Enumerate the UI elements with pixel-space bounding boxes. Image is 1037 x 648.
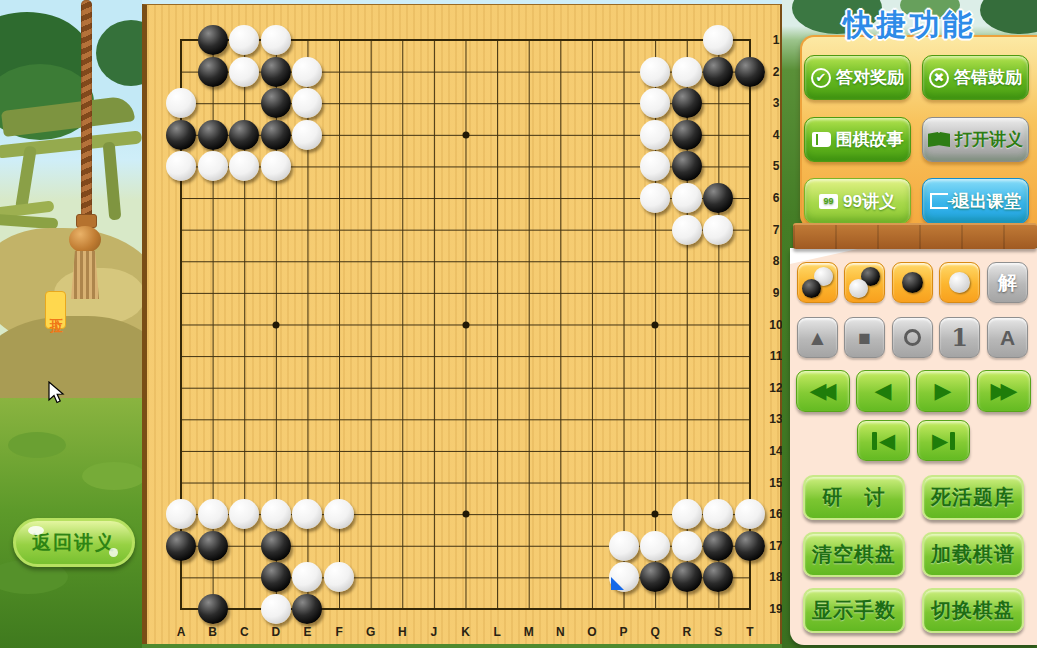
column-label: C	[240, 625, 249, 639]
exit-class-button[interactable]: 退出课堂	[922, 178, 1029, 224]
triangle-icon: ▲	[807, 327, 828, 348]
bamboo-log	[0, 214, 58, 230]
white-stone	[292, 562, 322, 592]
black-stone	[261, 57, 291, 87]
white-stone	[292, 499, 322, 529]
white-stone	[166, 88, 196, 118]
column-label: T	[746, 625, 753, 639]
black-stone	[672, 562, 702, 592]
lecture-99-button[interactable]: 99 99讲义	[804, 178, 911, 224]
hanging-rope[interactable]	[81, 0, 92, 224]
black-stone	[198, 120, 228, 150]
column-label: D	[271, 625, 280, 639]
white-stone	[672, 531, 702, 561]
black-stone-icon	[802, 279, 821, 298]
white-stone	[261, 25, 291, 55]
white-stone	[229, 25, 259, 55]
black-stone	[166, 531, 196, 561]
column-label: Q	[650, 625, 659, 639]
button-label: 围棋故事	[836, 128, 904, 151]
start-bar-icon	[872, 432, 877, 450]
button-label: 退出课堂	[953, 190, 1021, 213]
row-label: 3	[773, 96, 780, 110]
book-icon	[812, 132, 831, 147]
jump-to-start-button[interactable]: ◀	[857, 420, 910, 461]
white-stone	[292, 88, 322, 118]
black-stone	[198, 57, 228, 87]
wrong-encourage-button[interactable]: ✖ 答错鼓励	[922, 55, 1029, 100]
black-stone	[703, 57, 733, 87]
black-stone	[703, 531, 733, 561]
solve-button[interactable]: 解	[987, 262, 1028, 303]
black-stone	[672, 88, 702, 118]
row-label: 14	[769, 444, 782, 458]
row-label: 7	[773, 223, 780, 237]
row-label: 13	[769, 412, 782, 426]
white-stone	[229, 57, 259, 87]
pull-down-tag[interactable]: 下拉	[45, 291, 66, 329]
end-bar-icon	[950, 432, 955, 450]
black-stone	[261, 120, 291, 150]
star-point	[462, 511, 469, 518]
white-stone	[672, 215, 702, 245]
white-stone	[640, 151, 670, 181]
black-stone	[703, 183, 733, 213]
tassel-fringe	[71, 251, 99, 299]
white-stone	[198, 151, 228, 181]
row-label: 4	[773, 128, 780, 142]
star-point	[462, 321, 469, 328]
row-label: 10	[769, 318, 782, 332]
place-black-button[interactable]	[892, 262, 933, 303]
jump-to-end-button[interactable]: ▶	[917, 420, 970, 461]
row-label: 11	[770, 349, 783, 363]
column-label: G	[366, 625, 375, 639]
button-label: 答错鼓励	[954, 66, 1022, 89]
white-stone	[292, 57, 322, 87]
white-stone	[292, 120, 322, 150]
go-teaching-app: 下拉 返回讲义 ABCDEFGHJKLMNOPQRST1234567891011…	[0, 0, 1037, 648]
black-stone	[261, 531, 291, 561]
white-stone	[198, 499, 228, 529]
load-game-record-button[interactable]: 加载棋谱	[922, 532, 1024, 577]
triangle-markup-button[interactable]: ▲	[797, 317, 838, 358]
show-move-numbers-button[interactable]: 显示手数	[803, 588, 905, 633]
tool-panel: 解 ▲ ■ 1 A ◀◀ ◀ ▶ ▶▶	[790, 248, 1037, 645]
column-label: F	[335, 625, 342, 639]
star-point	[272, 321, 279, 328]
column-label: L	[493, 625, 500, 639]
fast-forward-button[interactable]: ▶▶	[977, 370, 1031, 412]
life-death-library-button[interactable]: 死活题库	[922, 475, 1024, 520]
bamboo-post	[103, 142, 122, 221]
quick-functions-panel: ✔ 答对奖励 ✖ 答错鼓励 围棋故事 打开讲义 99 99讲义 退出课堂	[800, 35, 1037, 229]
black-stone	[640, 562, 670, 592]
white-stone	[640, 120, 670, 150]
go-stories-button[interactable]: 围棋故事	[804, 117, 911, 162]
row-label: 18	[769, 570, 782, 584]
fast-backward-icon: ◀◀	[810, 378, 837, 404]
white-stone	[229, 499, 259, 529]
black-stone	[703, 562, 733, 592]
black-stone	[735, 531, 765, 561]
return-to-lecture-button[interactable]: 返回讲义	[13, 518, 135, 567]
grass-tuft	[8, 432, 66, 458]
white-stone	[640, 531, 670, 561]
switch-board-button[interactable]: 切换棋盘	[922, 588, 1024, 633]
tree-canopy	[96, 20, 142, 86]
white-stone	[609, 531, 639, 561]
column-label: S	[714, 625, 722, 639]
column-label: N	[556, 625, 565, 639]
column-label: B	[208, 625, 217, 639]
solve-label: 解	[998, 270, 1017, 296]
white-stone	[229, 151, 259, 181]
button-label: 99讲义	[843, 190, 896, 213]
row-label: 1	[773, 33, 780, 47]
row-label: 5	[773, 159, 780, 173]
row-label: 17	[769, 539, 782, 553]
white-stone	[640, 88, 670, 118]
row-label: 12	[769, 381, 782, 395]
circle-icon	[904, 329, 921, 346]
white-stone	[672, 499, 702, 529]
column-label: H	[398, 625, 407, 639]
black-stone	[672, 151, 702, 181]
blue-triangle-marker	[611, 577, 624, 590]
tassel-knot	[69, 226, 101, 253]
jump-start-icon: ◀	[879, 429, 895, 453]
white-stone	[261, 151, 291, 181]
button-label: 打开讲义	[955, 128, 1023, 151]
alternate-black-first-button[interactable]	[797, 262, 838, 303]
black-stone	[198, 531, 228, 561]
row-label: 2	[773, 65, 780, 79]
column-label: K	[461, 625, 470, 639]
go-board[interactable]: ABCDEFGHJKLMNOPQRST123456789101112131415…	[142, 4, 782, 644]
black-stone	[166, 120, 196, 150]
correct-reward-button[interactable]: ✔ 答对奖励	[804, 55, 911, 100]
column-label: A	[177, 625, 186, 639]
letter-a-icon: A	[1000, 327, 1015, 348]
white-stone	[703, 499, 733, 529]
fast-backward-button[interactable]: ◀◀	[796, 370, 850, 412]
star-point	[462, 131, 469, 138]
white-stone	[735, 499, 765, 529]
black-stone	[229, 120, 259, 150]
check-circle-icon: ✔	[811, 68, 831, 88]
black-stone	[672, 120, 702, 150]
button-label: 答对奖励	[836, 66, 904, 89]
white-stone-icon	[949, 272, 970, 293]
black-stone	[735, 57, 765, 87]
star-point	[652, 321, 659, 328]
backward-button[interactable]: ◀	[856, 370, 910, 412]
white-stone	[609, 562, 639, 592]
row-label: 19	[769, 602, 782, 616]
exit-icon	[930, 193, 948, 209]
row-label: 6	[773, 191, 780, 205]
black-stone	[198, 594, 228, 624]
white-stone	[640, 183, 670, 213]
square-markup-button[interactable]: ■	[844, 317, 885, 358]
column-label: P	[620, 625, 628, 639]
mouse-cursor	[48, 381, 65, 405]
white-stone	[166, 151, 196, 181]
open-book-icon	[928, 132, 950, 147]
row-label: 15	[769, 476, 782, 490]
fast-forward-icon: ▶▶	[991, 378, 1018, 404]
place-white-button[interactable]	[939, 262, 980, 303]
number-markup-button[interactable]: 1	[939, 317, 980, 358]
circle-markup-button[interactable]	[892, 317, 933, 358]
white-stone	[324, 562, 354, 592]
column-label: M	[524, 625, 534, 639]
research-button[interactable]: 研 讨	[803, 475, 905, 520]
x-circle-icon: ✖	[929, 68, 949, 88]
open-lecture-button[interactable]: 打开讲义	[922, 117, 1029, 162]
row-label: 16	[769, 507, 782, 521]
column-label: R	[682, 625, 691, 639]
white-stone	[261, 594, 291, 624]
white-stone	[640, 57, 670, 87]
wooden-shelf	[793, 223, 1037, 249]
alternate-white-first-button[interactable]	[844, 262, 885, 303]
black-stone	[198, 25, 228, 55]
jump-end-icon: ▶	[932, 429, 948, 453]
clear-board-button[interactable]: 清空棋盘	[803, 532, 905, 577]
white-stone	[672, 57, 702, 87]
white-stone	[703, 25, 733, 55]
column-label: J	[431, 625, 438, 639]
grass-tuft	[82, 462, 142, 490]
white-stone	[261, 499, 291, 529]
white-stone-icon	[849, 279, 868, 298]
forward-button[interactable]: ▶	[916, 370, 970, 412]
column-label: E	[303, 625, 311, 639]
quick-functions-title: 快捷功能	[782, 5, 1037, 46]
square-icon: ■	[858, 327, 871, 348]
number-1-icon: 1	[951, 326, 968, 350]
white-stone	[166, 499, 196, 529]
black-stone-icon	[902, 272, 923, 293]
row-label: 9	[773, 286, 780, 300]
backward-icon: ◀	[875, 378, 892, 404]
black-stone	[261, 562, 291, 592]
forward-icon: ▶	[935, 378, 952, 404]
column-label: O	[587, 625, 596, 639]
row-label: 8	[773, 254, 780, 268]
white-stone	[672, 183, 702, 213]
left-scenery: 下拉 返回讲义	[0, 0, 142, 648]
star-point	[652, 511, 659, 518]
letter-markup-button[interactable]: A	[987, 317, 1028, 358]
black-stone	[261, 88, 291, 118]
white-stone	[703, 215, 733, 245]
black-stone	[292, 594, 322, 624]
white-stone	[324, 499, 354, 529]
book-99-icon: 99	[819, 194, 838, 209]
